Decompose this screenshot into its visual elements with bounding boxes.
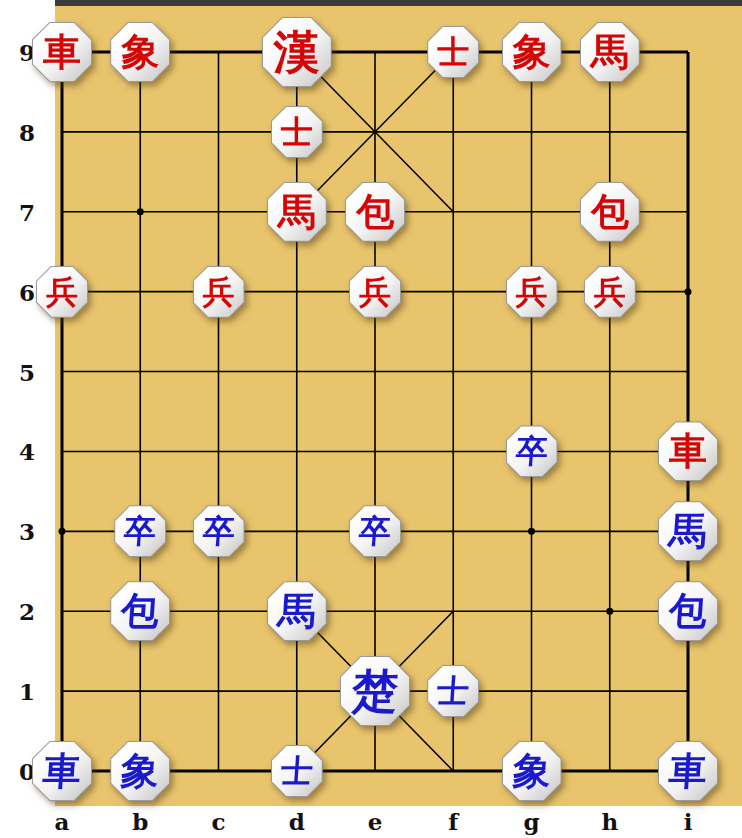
piece-face: 馬	[268, 582, 326, 640]
piece-blue-general[interactable]: 楚	[340, 656, 410, 726]
piece-face: 車	[659, 422, 717, 480]
file-label: f	[448, 810, 458, 833]
piece-blue-elephant[interactable]: 象	[110, 741, 170, 801]
piece-glyph: 包	[120, 592, 161, 630]
piece-glyph: 兵	[359, 276, 391, 308]
piece-blue-chariot[interactable]: 車	[658, 741, 718, 801]
rank-label: 8	[19, 120, 35, 143]
piece-face: 馬	[659, 502, 717, 560]
piece-red-chariot[interactable]: 車	[658, 421, 718, 481]
piece-glyph: 車	[42, 752, 83, 790]
piece-glyph: 象	[120, 752, 161, 790]
piece-red-advisor[interactable]: 士	[271, 106, 323, 158]
piece-red-elephant[interactable]: 象	[110, 22, 170, 82]
piece-red-horse[interactable]: 馬	[267, 182, 327, 242]
piece-face: 包	[659, 582, 717, 640]
piece-blue-advisor[interactable]: 士	[271, 745, 323, 797]
piece-face: 士	[272, 746, 322, 796]
piece-blue-soldier[interactable]: 卒	[506, 425, 558, 477]
piece-face: 卒	[350, 506, 400, 556]
piece-face: 士	[272, 107, 322, 157]
file-label: d	[289, 810, 305, 833]
piece-glyph: 車	[668, 752, 709, 790]
piece-face: 楚	[341, 657, 409, 725]
star-point	[606, 608, 613, 615]
board-top-edge	[55, 0, 742, 6]
star-point	[528, 528, 535, 535]
rank-label: 7	[19, 200, 35, 223]
file-label: a	[55, 810, 70, 833]
rank-label: 3	[19, 520, 35, 543]
piece-blue-horse[interactable]: 馬	[658, 501, 718, 561]
piece-face: 馬	[581, 23, 639, 81]
file-label: i	[684, 810, 693, 833]
piece-glyph: 包	[591, 193, 629, 231]
rank-label: 5	[19, 360, 35, 383]
rank-label: 1	[19, 680, 35, 703]
piece-red-general[interactable]: 漢	[262, 17, 332, 87]
piece-glyph: 兵	[46, 276, 78, 308]
piece-face: 車	[33, 742, 91, 800]
piece-blue-soldier[interactable]: 卒	[114, 505, 166, 557]
piece-blue-chariot[interactable]: 車	[32, 741, 92, 801]
piece-red-elephant[interactable]: 象	[502, 22, 562, 82]
piece-face: 卒	[194, 506, 244, 556]
file-label: e	[368, 810, 383, 833]
piece-glyph: 象	[121, 33, 159, 71]
piece-glyph: 楚	[350, 668, 399, 714]
piece-face: 象	[111, 23, 169, 81]
piece-blue-cannon[interactable]: 包	[110, 581, 170, 641]
piece-glyph: 象	[511, 752, 552, 790]
piece-red-cannon[interactable]: 包	[580, 182, 640, 242]
piece-glyph: 馬	[276, 592, 317, 630]
piece-face: 象	[503, 23, 561, 81]
piece-red-soldier[interactable]: 兵	[349, 266, 401, 318]
piece-face: 兵	[585, 267, 635, 317]
piece-face: 卒	[507, 426, 557, 476]
piece-face: 漢	[263, 18, 331, 86]
janggi-board: 9876543210abcdefghi 車象漢士象馬士馬包包兵兵兵兵兵車卒卒卒卒…	[0, 0, 742, 838]
piece-blue-soldier[interactable]: 卒	[349, 505, 401, 557]
star-point	[59, 528, 66, 535]
piece-blue-cannon[interactable]: 包	[658, 581, 718, 641]
piece-glyph: 卒	[358, 515, 392, 547]
file-label: c	[211, 810, 225, 833]
star-point	[685, 288, 692, 295]
piece-glyph: 馬	[278, 193, 316, 231]
file-label: h	[601, 810, 618, 833]
rank-label: 2	[19, 600, 35, 623]
file-label: g	[523, 810, 539, 833]
piece-red-advisor[interactable]: 士	[427, 26, 479, 78]
rank-label: 4	[19, 440, 35, 463]
piece-face: 車	[33, 23, 91, 81]
piece-face: 象	[503, 742, 561, 800]
piece-face: 包	[581, 183, 639, 241]
piece-face: 象	[111, 742, 169, 800]
piece-red-soldier[interactable]: 兵	[36, 266, 88, 318]
piece-glyph: 兵	[594, 276, 626, 308]
piece-face: 兵	[350, 267, 400, 317]
piece-glyph: 馬	[668, 512, 709, 550]
piece-glyph: 士	[436, 675, 470, 707]
piece-glyph: 卒	[514, 435, 548, 467]
piece-glyph: 士	[437, 36, 469, 68]
piece-glyph: 包	[356, 193, 394, 231]
rank-label: 6	[19, 280, 35, 303]
piece-glyph: 兵	[203, 276, 235, 308]
piece-red-soldier[interactable]: 兵	[506, 266, 558, 318]
piece-glyph: 馬	[591, 33, 629, 71]
piece-red-horse[interactable]: 馬	[580, 22, 640, 82]
piece-glyph: 卒	[201, 515, 235, 547]
piece-face: 兵	[507, 267, 557, 317]
piece-glyph: 包	[668, 592, 709, 630]
piece-red-chariot[interactable]: 車	[32, 22, 92, 82]
piece-face: 馬	[268, 183, 326, 241]
piece-blue-elephant[interactable]: 象	[502, 741, 562, 801]
piece-blue-horse[interactable]: 馬	[267, 581, 327, 641]
piece-blue-soldier[interactable]: 卒	[193, 505, 245, 557]
piece-face: 包	[111, 582, 169, 640]
star-point	[137, 208, 144, 215]
piece-glyph: 士	[281, 116, 313, 148]
piece-red-soldier[interactable]: 兵	[193, 266, 245, 318]
piece-glyph: 車	[669, 432, 707, 470]
piece-red-cannon[interactable]: 包	[345, 182, 405, 242]
piece-glyph: 卒	[123, 515, 157, 547]
piece-glyph: 象	[513, 33, 551, 71]
piece-glyph: 兵	[516, 276, 548, 308]
piece-face: 兵	[194, 267, 244, 317]
file-label: b	[132, 810, 148, 833]
piece-glyph: 士	[280, 755, 314, 787]
piece-face: 包	[346, 183, 404, 241]
piece-glyph: 車	[43, 33, 81, 71]
piece-face: 卒	[115, 506, 165, 556]
piece-face: 車	[659, 742, 717, 800]
piece-face: 兵	[37, 267, 87, 317]
piece-red-soldier[interactable]: 兵	[584, 266, 636, 318]
piece-blue-advisor[interactable]: 士	[427, 665, 479, 717]
piece-glyph: 漢	[274, 29, 320, 75]
piece-face: 士	[428, 666, 478, 716]
piece-face: 士	[428, 27, 478, 77]
